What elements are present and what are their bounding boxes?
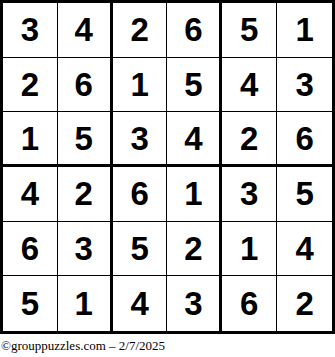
sudoku-cell-r1c6: 1	[277, 3, 332, 58]
sudoku-cell-r3c1: 1	[3, 112, 58, 167]
sudoku-cell-r2c1: 2	[3, 58, 58, 113]
sudoku-cell-r6c3: 4	[113, 276, 168, 331]
sudoku-cell-r3c5: 2	[222, 112, 277, 167]
sudoku-cell-r6c5: 6	[222, 276, 277, 331]
sudoku-cell-r1c4: 6	[167, 3, 222, 58]
sudoku-cell-r1c1: 3	[3, 3, 58, 58]
sudoku-cell-r2c4: 5	[167, 58, 222, 113]
sudoku-cell-r1c5: 5	[222, 3, 277, 58]
sudoku-board: 342651261543153426426135635214514362	[0, 0, 335, 334]
sudoku-cell-r2c5: 4	[222, 58, 277, 113]
sudoku-cell-r5c4: 2	[167, 222, 222, 277]
sudoku-cell-r4c6: 5	[277, 167, 332, 222]
sudoku-cell-r4c5: 3	[222, 167, 277, 222]
sudoku-cell-r4c2: 2	[58, 167, 113, 222]
sudoku-cell-r2c6: 3	[277, 58, 332, 113]
sudoku-cell-r1c2: 4	[58, 3, 113, 58]
sudoku-cell-r6c4: 3	[167, 276, 222, 331]
sudoku-cell-r6c2: 1	[58, 276, 113, 331]
sudoku-cell-r3c3: 3	[113, 112, 168, 167]
sudoku-cell-r3c4: 4	[167, 112, 222, 167]
sudoku-cell-r4c1: 4	[3, 167, 58, 222]
sudoku-cell-r5c1: 6	[3, 222, 58, 277]
sudoku-cell-r5c3: 5	[113, 222, 168, 277]
sudoku-cell-r3c6: 6	[277, 112, 332, 167]
sudoku-page: 342651261543153426426135635214514362 ©gr…	[0, 0, 335, 357]
sudoku-cell-r6c6: 2	[277, 276, 332, 331]
sudoku-cell-r5c6: 4	[277, 222, 332, 277]
copyright-credit: ©grouppuzzles.com – 2/7/2025	[1, 338, 165, 354]
sudoku-cell-r4c4: 1	[167, 167, 222, 222]
sudoku-cell-r1c3: 2	[113, 3, 168, 58]
sudoku-cell-r6c1: 5	[3, 276, 58, 331]
sudoku-cell-r4c3: 6	[113, 167, 168, 222]
sudoku-cell-r2c3: 1	[113, 58, 168, 113]
sudoku-cell-r5c2: 3	[58, 222, 113, 277]
sudoku-cell-r5c5: 1	[222, 222, 277, 277]
sudoku-cell-r3c2: 5	[58, 112, 113, 167]
sudoku-cell-r2c2: 6	[58, 58, 113, 113]
